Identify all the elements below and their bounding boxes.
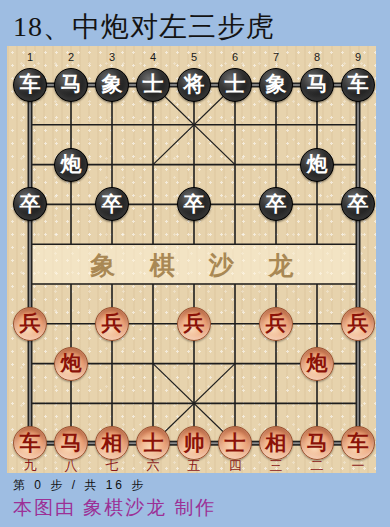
- piece-red-elephant[interactable]: 相: [259, 426, 293, 460]
- file-label-top-4: 4: [133, 51, 174, 63]
- piece-black-pawn[interactable]: 卒: [13, 187, 47, 221]
- piece-red-king[interactable]: 帅: [177, 426, 211, 460]
- file-label-bottom-2: 八: [51, 457, 92, 475]
- move-counter: 第 0 步 / 共 16 步: [13, 477, 146, 494]
- piece-black-advisor[interactable]: 士: [136, 68, 170, 102]
- file-label-bottom-3: 七: [92, 457, 133, 475]
- piece-red-pawn[interactable]: 兵: [13, 307, 47, 341]
- piece-red-horse[interactable]: 马: [54, 426, 88, 460]
- file-label-bottom-7: 三: [256, 457, 297, 475]
- pieces-grid: 车马象士将士象马车炮炮卒卒卒卒卒兵兵兵兵兵炮炮车马相士帅士相马车: [10, 65, 379, 463]
- piece-black-pawn[interactable]: 卒: [177, 187, 211, 221]
- piece-red-pawn[interactable]: 兵: [341, 307, 375, 341]
- piece-red-rook[interactable]: 车: [13, 426, 47, 460]
- piece-black-rook[interactable]: 车: [341, 68, 375, 102]
- piece-red-horse[interactable]: 马: [300, 426, 334, 460]
- file-labels-bottom: 九八七六五四三二一: [10, 457, 379, 475]
- file-label-top-1: 1: [10, 51, 51, 63]
- piece-red-cannon[interactable]: 炮: [54, 347, 88, 381]
- file-label-top-5: 5: [174, 51, 215, 63]
- page-title: 18、中炮对左三步虎: [13, 8, 275, 46]
- piece-black-pawn[interactable]: 卒: [95, 187, 129, 221]
- file-label-top-7: 7: [256, 51, 297, 63]
- file-label-top-9: 9: [338, 51, 379, 63]
- file-label-bottom-8: 二: [297, 457, 338, 475]
- piece-black-horse[interactable]: 马: [54, 68, 88, 102]
- piece-black-horse[interactable]: 马: [300, 68, 334, 102]
- file-label-bottom-5: 五: [174, 457, 215, 475]
- credit-text: 本图由 象棋沙龙 制作: [13, 495, 217, 521]
- xiangqi-board[interactable]: 象 棋 沙 龙 123456789 车马象士将士象马车炮炮卒卒卒卒卒兵兵兵兵兵炮…: [7, 46, 376, 473]
- piece-red-elephant[interactable]: 相: [95, 426, 129, 460]
- piece-black-elephant[interactable]: 象: [259, 68, 293, 102]
- piece-black-pawn[interactable]: 卒: [341, 187, 375, 221]
- file-label-top-8: 8: [297, 51, 338, 63]
- file-label-bottom-9: 一: [338, 457, 379, 475]
- xiangqi-viewer-page: { "game": "xiangqi", "position": "rnbaka…: [0, 0, 390, 527]
- piece-red-advisor[interactable]: 士: [218, 426, 252, 460]
- file-label-bottom-4: 六: [133, 457, 174, 475]
- piece-black-advisor[interactable]: 士: [218, 68, 252, 102]
- piece-red-advisor[interactable]: 士: [136, 426, 170, 460]
- file-label-top-6: 6: [215, 51, 256, 63]
- piece-red-pawn[interactable]: 兵: [95, 307, 129, 341]
- piece-red-rook[interactable]: 车: [341, 426, 375, 460]
- piece-black-cannon[interactable]: 炮: [54, 148, 88, 182]
- piece-black-elephant[interactable]: 象: [95, 68, 129, 102]
- piece-red-pawn[interactable]: 兵: [177, 307, 211, 341]
- piece-black-pawn[interactable]: 卒: [259, 187, 293, 221]
- piece-red-pawn[interactable]: 兵: [259, 307, 293, 341]
- piece-black-cannon[interactable]: 炮: [300, 148, 334, 182]
- piece-black-rook[interactable]: 车: [13, 68, 47, 102]
- file-label-top-3: 3: [92, 51, 133, 63]
- file-label-bottom-1: 九: [10, 457, 51, 475]
- piece-black-king[interactable]: 将: [177, 68, 211, 102]
- file-label-bottom-6: 四: [215, 457, 256, 475]
- file-labels-top: 123456789: [10, 51, 379, 63]
- file-label-top-2: 2: [51, 51, 92, 63]
- piece-red-cannon[interactable]: 炮: [300, 347, 334, 381]
